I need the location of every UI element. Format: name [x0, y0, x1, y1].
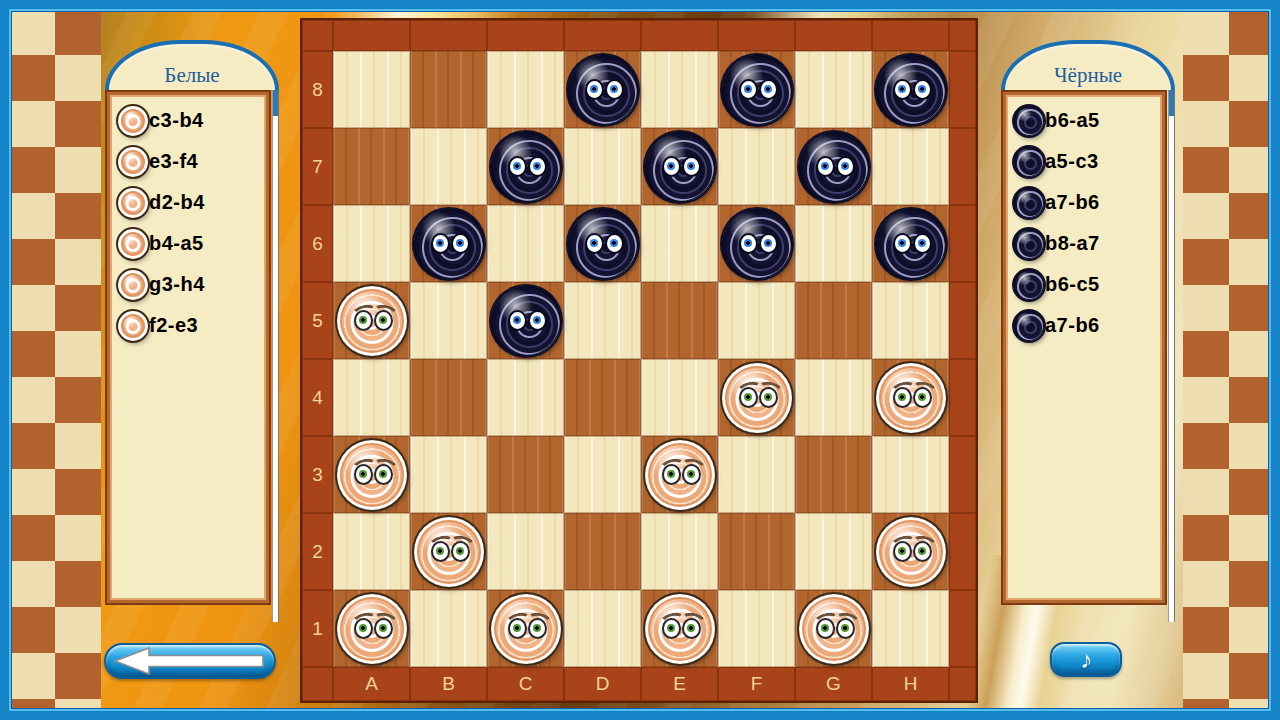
piece-eye — [431, 541, 450, 562]
board-frame-cell — [949, 436, 976, 513]
white-man-e1[interactable] — [645, 594, 715, 664]
square-e4[interactable] — [641, 359, 718, 436]
black-man-b6[interactable] — [414, 209, 484, 279]
left-arrow-icon — [113, 647, 267, 675]
board-frame-cell — [333, 20, 410, 51]
square-c8[interactable] — [487, 51, 564, 128]
square-b2[interactable] — [410, 513, 487, 590]
square-d5[interactable] — [564, 282, 641, 359]
white-checker-icon — [118, 229, 148, 259]
black-man-f8[interactable] — [722, 55, 792, 125]
square-b6[interactable] — [410, 205, 487, 282]
black-man-d6[interactable] — [568, 209, 638, 279]
square-e8[interactable] — [641, 51, 718, 128]
piece-eye — [585, 79, 604, 100]
piece-eye — [451, 541, 470, 562]
square-g7[interactable] — [795, 128, 872, 205]
white-man-h4[interactable] — [876, 363, 946, 433]
rank-label-2: 2 — [302, 513, 333, 590]
square-a4[interactable] — [333, 359, 410, 436]
piece-eye — [836, 156, 855, 177]
music-button[interactable]: ♪ — [1050, 642, 1122, 677]
black-checker-icon — [1014, 147, 1044, 177]
rank-label-6: 6 — [302, 205, 333, 282]
move-text: g3-h4 — [149, 273, 205, 296]
square-a7[interactable] — [333, 128, 410, 205]
white-man-f4[interactable] — [722, 363, 792, 433]
board-frame-cell — [949, 590, 976, 667]
rank-label-5: 5 — [302, 282, 333, 359]
square-f5[interactable] — [718, 282, 795, 359]
white-man-b2[interactable] — [414, 517, 484, 587]
rank-label-1: 1 — [302, 590, 333, 667]
square-c7[interactable] — [487, 128, 564, 205]
black-man-d8[interactable] — [568, 55, 638, 125]
square-h8[interactable] — [872, 51, 949, 128]
piece-eye — [374, 464, 393, 485]
square-g3[interactable] — [795, 436, 872, 513]
square-d3[interactable] — [564, 436, 641, 513]
rank-label-7: 7 — [302, 128, 333, 205]
piece-eye — [682, 618, 701, 639]
piece-eye — [816, 618, 835, 639]
square-d1[interactable] — [564, 590, 641, 667]
white-checker-icon — [118, 270, 148, 300]
file-label-B: B — [410, 667, 487, 701]
piece-eye — [913, 387, 932, 408]
white-panel-title: Белые — [164, 63, 219, 90]
piece-eye — [354, 464, 373, 485]
piece-eye — [682, 464, 701, 485]
file-label-H: H — [872, 667, 949, 701]
file-label-G: G — [795, 667, 872, 701]
piece-eye — [508, 310, 527, 331]
square-g5[interactable] — [795, 282, 872, 359]
move-row: a7-b6 — [1003, 305, 1165, 346]
white-moves-panel: Белые c3-b4 e3-f4 d2-b4 b4-a5 g3-h4 f2-e… — [105, 40, 279, 605]
piece-eye — [662, 156, 681, 177]
board-frame-cell — [949, 20, 976, 51]
board-frame-cell — [949, 51, 976, 128]
square-c4[interactable] — [487, 359, 564, 436]
decorative-checker-strip-left — [9, 9, 101, 711]
board-frame-cell — [302, 667, 333, 701]
move-text: b4-a5 — [149, 232, 204, 255]
board-frame-cell — [641, 20, 718, 51]
square-d7[interactable] — [564, 128, 641, 205]
square-h6[interactable] — [872, 205, 949, 282]
move-text: b6-a5 — [1045, 109, 1100, 132]
square-g1[interactable] — [795, 590, 872, 667]
piece-eye — [893, 541, 912, 562]
white-man-g1[interactable] — [799, 594, 869, 664]
square-f8[interactable] — [718, 51, 795, 128]
piece-eye — [605, 79, 624, 100]
piece-eye — [759, 387, 778, 408]
black-move-list: b6-a5 a5-c3 a7-b6 b8-a7 b6-c5 a7-b6 — [1001, 90, 1167, 605]
white-panel-scrollbar[interactable] — [272, 90, 279, 622]
square-h7[interactable] — [872, 128, 949, 205]
square-f3[interactable] — [718, 436, 795, 513]
black-man-h6[interactable] — [876, 209, 946, 279]
white-move-list: c3-b4 e3-f4 d2-b4 b4-a5 g3-h4 f2-e3 — [105, 90, 271, 605]
piece-eye — [913, 79, 932, 100]
move-text: a5-c3 — [1045, 150, 1099, 173]
square-d6[interactable] — [564, 205, 641, 282]
black-panel-header: Чёрные — [1001, 40, 1175, 90]
move-row: b6-c5 — [1003, 264, 1165, 305]
square-c2[interactable] — [487, 513, 564, 590]
white-checker-icon — [118, 188, 148, 218]
move-text: c3-b4 — [149, 109, 204, 132]
piece-eye — [893, 233, 912, 254]
move-text: b6-c5 — [1045, 273, 1100, 296]
square-c6[interactable] — [487, 205, 564, 282]
square-d8[interactable] — [564, 51, 641, 128]
move-text: a7-b6 — [1045, 191, 1100, 214]
square-d2[interactable] — [564, 513, 641, 590]
board-frame-cell — [949, 513, 976, 590]
white-man-h2[interactable] — [876, 517, 946, 587]
square-f2[interactable] — [718, 513, 795, 590]
square-c5[interactable] — [487, 282, 564, 359]
square-g4[interactable] — [795, 359, 872, 436]
file-label-C: C — [487, 667, 564, 701]
black-checker-icon — [1014, 270, 1044, 300]
square-b4[interactable] — [410, 359, 487, 436]
piece-eye — [913, 233, 932, 254]
black-moves-panel: Чёрные b6-a5 a5-c3 a7-b6 b8-a7 b6-c5 a7-… — [1001, 40, 1175, 605]
move-row: g3-h4 — [107, 264, 269, 305]
square-e1[interactable] — [641, 590, 718, 667]
move-row: a5-c3 — [1003, 141, 1165, 182]
square-e2[interactable] — [641, 513, 718, 590]
piece-eye — [739, 387, 758, 408]
square-c3[interactable] — [487, 436, 564, 513]
square-h3[interactable] — [872, 436, 949, 513]
move-row: d2-b4 — [107, 182, 269, 223]
move-text: a7-b6 — [1045, 314, 1100, 337]
square-f1[interactable] — [718, 590, 795, 667]
move-row: c3-b4 — [107, 100, 269, 141]
square-g8[interactable] — [795, 51, 872, 128]
square-d4[interactable] — [564, 359, 641, 436]
square-a1[interactable] — [333, 590, 410, 667]
board-frame-cell — [795, 20, 872, 51]
white-panel-header: Белые — [105, 40, 279, 90]
move-text: f2-e3 — [149, 314, 198, 337]
rank-label-4: 4 — [302, 359, 333, 436]
board-frame-cell — [487, 20, 564, 51]
black-panel-scrollbar[interactable] — [1168, 90, 1175, 622]
black-man-c7[interactable] — [491, 132, 561, 202]
square-f4[interactable] — [718, 359, 795, 436]
board-frame-cell — [564, 20, 641, 51]
rank-label-3: 3 — [302, 436, 333, 513]
board-frame-cell — [949, 359, 976, 436]
piece-eye — [893, 387, 912, 408]
piece-eye — [836, 618, 855, 639]
move-text: b8-a7 — [1045, 232, 1100, 255]
square-g2[interactable] — [795, 513, 872, 590]
piece-eye — [662, 464, 681, 485]
white-checker-icon — [118, 311, 148, 341]
square-e5[interactable] — [641, 282, 718, 359]
black-man-h8[interactable] — [876, 55, 946, 125]
square-b7[interactable] — [410, 128, 487, 205]
square-b3[interactable] — [410, 436, 487, 513]
piece-eye — [431, 233, 450, 254]
file-label-A: A — [333, 667, 410, 701]
piece-eye — [759, 79, 778, 100]
back-button[interactable] — [104, 643, 276, 679]
decorative-checker-strip-right — [1183, 9, 1275, 711]
piece-eye — [739, 233, 758, 254]
white-man-c1[interactable] — [491, 594, 561, 664]
white-checker-icon — [118, 147, 148, 177]
square-a5[interactable] — [333, 282, 410, 359]
move-text: d2-b4 — [149, 191, 205, 214]
white-man-a5[interactable] — [337, 286, 407, 356]
square-b5[interactable] — [410, 282, 487, 359]
piece-eye — [605, 233, 624, 254]
piece-eye — [682, 156, 701, 177]
black-man-c5[interactable] — [491, 286, 561, 356]
black-checker-icon — [1014, 229, 1044, 259]
piece-eye — [374, 618, 393, 639]
piece-eye — [739, 79, 758, 100]
move-row: b6-a5 — [1003, 100, 1165, 141]
square-h2[interactable] — [872, 513, 949, 590]
square-h4[interactable] — [872, 359, 949, 436]
piece-eye — [816, 156, 835, 177]
black-panel-title: Чёрные — [1054, 63, 1122, 90]
piece-eye — [508, 156, 527, 177]
board-frame-cell — [302, 20, 333, 51]
piece-eye — [508, 618, 527, 639]
board-frame-cell — [718, 20, 795, 51]
file-label-E: E — [641, 667, 718, 701]
black-man-g7[interactable] — [799, 132, 869, 202]
move-row: b8-a7 — [1003, 223, 1165, 264]
piece-eye — [528, 156, 547, 177]
square-b1[interactable] — [410, 590, 487, 667]
black-checker-icon — [1014, 106, 1044, 136]
piece-eye — [759, 233, 778, 254]
piece-eye — [354, 310, 373, 331]
black-checker-icon — [1014, 311, 1044, 341]
board-frame-cell — [949, 667, 976, 701]
move-row: b4-a5 — [107, 223, 269, 264]
board-frame-cell — [872, 20, 949, 51]
piece-eye — [354, 618, 373, 639]
square-a2[interactable] — [333, 513, 410, 590]
move-row: e3-f4 — [107, 141, 269, 182]
move-row: a7-b6 — [1003, 182, 1165, 223]
square-e7[interactable] — [641, 128, 718, 205]
piece-eye — [662, 618, 681, 639]
black-checker-icon — [1014, 188, 1044, 218]
move-row: f2-e3 — [107, 305, 269, 346]
board-frame-cell — [949, 205, 976, 282]
square-a8[interactable] — [333, 51, 410, 128]
piece-eye — [451, 233, 470, 254]
piece-eye — [528, 618, 547, 639]
treble-clef-icon: ♪ — [1080, 648, 1092, 672]
square-h1[interactable] — [872, 590, 949, 667]
move-text: e3-f4 — [149, 150, 198, 173]
file-label-D: D — [564, 667, 641, 701]
square-g6[interactable] — [795, 205, 872, 282]
square-f7[interactable] — [718, 128, 795, 205]
piece-eye — [374, 310, 393, 331]
square-b8[interactable] — [410, 51, 487, 128]
rank-label-8: 8 — [302, 51, 333, 128]
square-h5[interactable] — [872, 282, 949, 359]
square-a6[interactable] — [333, 205, 410, 282]
square-c1[interactable] — [487, 590, 564, 667]
white-man-e3[interactable] — [645, 440, 715, 510]
piece-eye — [893, 79, 912, 100]
file-label-F: F — [718, 667, 795, 701]
black-man-f6[interactable] — [722, 209, 792, 279]
board-frame-cell — [949, 282, 976, 359]
checkers-board: 87654321ABCDEFGH — [300, 18, 978, 703]
white-checker-icon — [118, 106, 148, 136]
piece-eye — [528, 310, 547, 331]
board-frame-cell — [949, 128, 976, 205]
board-frame-cell — [410, 20, 487, 51]
black-man-e7[interactable] — [645, 132, 715, 202]
square-a3[interactable] — [333, 436, 410, 513]
piece-eye — [913, 541, 932, 562]
square-e6[interactable] — [641, 205, 718, 282]
white-man-a1[interactable] — [337, 594, 407, 664]
piece-eye — [585, 233, 604, 254]
white-man-a3[interactable] — [337, 440, 407, 510]
square-f6[interactable] — [718, 205, 795, 282]
square-e3[interactable] — [641, 436, 718, 513]
